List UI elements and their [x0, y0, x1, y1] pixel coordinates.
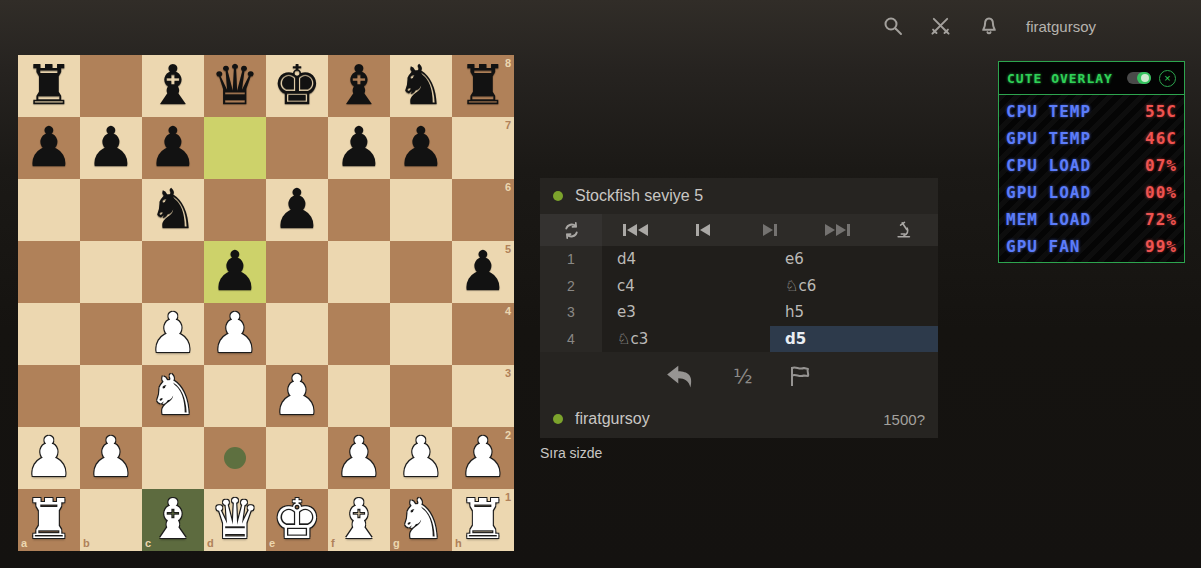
- square-c4[interactable]: ♟: [142, 303, 204, 365]
- square-f1[interactable]: ♝f: [328, 489, 390, 551]
- previous-move-button[interactable]: [669, 214, 736, 246]
- overlay-stat-row: MEM LOAD72%: [999, 206, 1184, 233]
- piece-white-pawn[interactable]: ♟: [390, 427, 452, 489]
- coord-file-h: h: [455, 538, 462, 549]
- square-h2[interactable]: ♟2: [452, 427, 514, 489]
- move-3-black[interactable]: h5: [770, 299, 938, 326]
- piece-black-pawn[interactable]: ♟: [18, 117, 80, 179]
- coord-rank-5: 5: [505, 244, 511, 255]
- square-a3[interactable]: [18, 365, 80, 427]
- overlay-titlebar: CUTE OVERLAY ×: [999, 62, 1184, 95]
- move-row-4: 4♘c3d5: [540, 326, 938, 353]
- square-g2[interactable]: ♟: [390, 427, 452, 489]
- square-c5[interactable]: [142, 241, 204, 303]
- move-4-white[interactable]: ♘c3: [602, 326, 770, 353]
- player-rating: 1500?: [883, 411, 925, 428]
- square-e5[interactable]: [266, 241, 328, 303]
- move-row-3: 3e3h5: [540, 299, 938, 326]
- piece-white-king[interactable]: ♚: [266, 489, 328, 551]
- analysis-microscope-button[interactable]: [871, 214, 938, 246]
- piece-white-rook[interactable]: ♜: [18, 489, 80, 551]
- piece-black-pawn[interactable]: ♟: [390, 117, 452, 179]
- square-e8[interactable]: ♚: [266, 55, 328, 117]
- piece-black-pawn[interactable]: ♟: [328, 117, 390, 179]
- coord-file-e: e: [269, 538, 275, 549]
- overlay-stat-label: GPU FAN: [1006, 237, 1080, 256]
- square-c6[interactable]: ♞: [142, 179, 204, 241]
- overlay-stat-row: CPU LOAD07%: [999, 152, 1184, 179]
- piece-black-queen[interactable]: ♛: [204, 55, 266, 117]
- overlay-stat-value: 46C: [1145, 129, 1177, 148]
- overlay-stat-value: 07%: [1145, 156, 1177, 175]
- piece-white-pawn[interactable]: ♟: [328, 427, 390, 489]
- game-panel: Stockfish seviye 5 1d4e62c4♘c63e3h54♘c3d…: [540, 178, 938, 438]
- square-d5[interactable]: ♟: [204, 241, 266, 303]
- turn-status-text: Sıra sizde: [540, 445, 602, 461]
- chess-board[interactable]: ♜♝♛♚♝♞♜8♟♟♟♟♟7♞♟6♟♟5♟♟4♞♟3♟♟♟♟♟2♜ab♝c♛d♚…: [18, 55, 514, 551]
- overlay-stat-label: GPU LOAD: [1006, 183, 1091, 202]
- square-d8[interactable]: ♛: [204, 55, 266, 117]
- overlay-stat-row: GPU LOAD00%: [999, 179, 1184, 206]
- coord-rank-4: 4: [505, 306, 511, 317]
- overlay-stat-row: GPU TEMP46C: [999, 125, 1184, 152]
- piece-black-pawn[interactable]: ♟: [204, 241, 266, 303]
- square-g3[interactable]: [390, 365, 452, 427]
- move-4-black[interactable]: d5: [770, 326, 938, 353]
- coord-file-f: f: [331, 538, 335, 549]
- square-a8[interactable]: ♜: [18, 55, 80, 117]
- move-1-black[interactable]: e6: [770, 246, 938, 273]
- square-b7[interactable]: ♟: [80, 117, 142, 179]
- square-f4[interactable]: [328, 303, 390, 365]
- move-3-white[interactable]: e3: [602, 299, 770, 326]
- coord-file-d: d: [207, 538, 214, 549]
- square-h6[interactable]: 6: [452, 179, 514, 241]
- coord-rank-8: 8: [505, 58, 511, 69]
- opponent-online-dot: [553, 191, 563, 201]
- overlay-toggle-switch[interactable]: [1127, 72, 1151, 84]
- coord-file-a: a: [21, 538, 27, 549]
- piece-black-bishop[interactable]: ♝: [328, 55, 390, 117]
- square-e6[interactable]: ♟: [266, 179, 328, 241]
- square-h7[interactable]: 7: [452, 117, 514, 179]
- square-e2[interactable]: [266, 427, 328, 489]
- piece-white-pawn[interactable]: ♟: [204, 303, 266, 365]
- square-b4[interactable]: [80, 303, 142, 365]
- go-first-move-button[interactable]: [602, 214, 669, 246]
- piece-white-pawn[interactable]: ♟: [80, 427, 142, 489]
- coord-rank-6: 6: [505, 182, 511, 193]
- square-a5[interactable]: [18, 241, 80, 303]
- square-g4[interactable]: [390, 303, 452, 365]
- piece-black-bishop[interactable]: ♝: [142, 55, 204, 117]
- square-f7[interactable]: ♟: [328, 117, 390, 179]
- piece-white-knight[interactable]: ♞: [142, 365, 204, 427]
- square-c1[interactable]: ♝c: [142, 489, 204, 551]
- overlay-stat-label: CPU TEMP: [1006, 102, 1091, 121]
- opponent-name: Stockfish seviye 5: [575, 187, 703, 205]
- square-e3[interactable]: ♟: [266, 365, 328, 427]
- system-monitor-overlay: CUTE OVERLAY × CPU TEMP55CGPU TEMP46CCPU…: [998, 61, 1185, 263]
- square-h8[interactable]: ♜8: [452, 55, 514, 117]
- overlay-stat-value: 72%: [1145, 210, 1177, 229]
- offer-draw-button[interactable]: ½: [733, 364, 752, 388]
- square-h4[interactable]: 4: [452, 303, 514, 365]
- square-d7[interactable]: [204, 117, 266, 179]
- next-move-button[interactable]: [736, 214, 803, 246]
- move-2-white[interactable]: c4: [602, 273, 770, 300]
- top-header: firatgursoy: [0, 0, 1201, 52]
- player-online-dot: [553, 414, 563, 424]
- square-d3[interactable]: [204, 365, 266, 427]
- square-a1[interactable]: ♜a: [18, 489, 80, 551]
- square-b3[interactable]: [80, 365, 142, 427]
- square-f6[interactable]: [328, 179, 390, 241]
- square-b5[interactable]: [80, 241, 142, 303]
- piece-black-king[interactable]: ♚: [266, 55, 328, 117]
- square-c7[interactable]: ♟: [142, 117, 204, 179]
- square-b2[interactable]: ♟: [80, 427, 142, 489]
- game-actions: ½: [540, 352, 938, 400]
- flip-board-button[interactable]: [540, 214, 602, 246]
- square-g8[interactable]: ♞: [390, 55, 452, 117]
- player-name[interactable]: firatgursoy: [575, 410, 650, 428]
- overlay-stat-label: CPU LOAD: [1006, 156, 1091, 175]
- move-row-1: 1d4e6: [540, 246, 938, 273]
- piece-black-pawn[interactable]: ♟: [266, 179, 328, 241]
- square-g6[interactable]: [390, 179, 452, 241]
- move-2-black[interactable]: ♘c6: [770, 273, 938, 300]
- square-c3[interactable]: ♞: [142, 365, 204, 427]
- square-e7[interactable]: [266, 117, 328, 179]
- move-1-white[interactable]: d4: [602, 246, 770, 273]
- square-g5[interactable]: [390, 241, 452, 303]
- piece-black-pawn[interactable]: ♟: [80, 117, 142, 179]
- square-e4[interactable]: [266, 303, 328, 365]
- square-d2[interactable]: [204, 427, 266, 489]
- piece-white-pawn[interactable]: ♟: [266, 365, 328, 427]
- square-d4[interactable]: ♟: [204, 303, 266, 365]
- square-b8[interactable]: [80, 55, 142, 117]
- overlay-stat-label: MEM LOAD: [1006, 210, 1091, 229]
- move-number: 2: [540, 273, 602, 300]
- square-c8[interactable]: ♝: [142, 55, 204, 117]
- square-e1[interactable]: ♚e: [266, 489, 328, 551]
- piece-black-rook[interactable]: ♜: [18, 55, 80, 117]
- square-f2[interactable]: ♟: [328, 427, 390, 489]
- overlay-stat-row: GPU FAN99%: [999, 233, 1184, 260]
- player-row: firatgursoy 1500?: [540, 400, 938, 438]
- move-row-2: 2c4♘c6: [540, 273, 938, 300]
- search-icon[interactable]: [882, 15, 904, 37]
- square-b1[interactable]: b: [80, 489, 142, 551]
- move-list: 1d4e62c4♘c63e3h54♘c3d5: [540, 246, 938, 352]
- challenge-swords-icon[interactable]: [930, 15, 952, 37]
- go-last-move-button[interactable]: [804, 214, 871, 246]
- piece-white-bishop[interactable]: ♝: [328, 489, 390, 551]
- overlay-stat-label: GPU TEMP: [1006, 129, 1091, 148]
- square-d1[interactable]: ♛d: [204, 489, 266, 551]
- square-f5[interactable]: [328, 241, 390, 303]
- piece-white-pawn[interactable]: ♟: [142, 303, 204, 365]
- overlay-stat-value: 99%: [1145, 237, 1177, 256]
- square-d6[interactable]: [204, 179, 266, 241]
- piece-white-bishop[interactable]: ♝: [142, 489, 204, 551]
- square-a6[interactable]: [18, 179, 80, 241]
- move-number: 3: [540, 299, 602, 326]
- square-b6[interactable]: [80, 179, 142, 241]
- square-a4[interactable]: [18, 303, 80, 365]
- coord-rank-7: 7: [505, 120, 511, 131]
- square-a7[interactable]: ♟: [18, 117, 80, 179]
- coord-file-b: b: [83, 538, 90, 549]
- move-dest-dot-d2[interactable]: [224, 447, 246, 469]
- square-h1[interactable]: ♜h1: [452, 489, 514, 551]
- overlay-stats: CPU TEMP55CGPU TEMP46CCPU LOAD07%GPU LOA…: [999, 95, 1184, 262]
- piece-white-pawn[interactable]: ♟: [18, 427, 80, 489]
- square-h3[interactable]: 3: [452, 365, 514, 427]
- opponent-row: Stockfish seviye 5: [540, 178, 938, 214]
- takeback-button[interactable]: [665, 363, 699, 389]
- piece-black-pawn[interactable]: ♟: [142, 117, 204, 179]
- square-f3[interactable]: [328, 365, 390, 427]
- coord-file-g: g: [393, 538, 400, 549]
- piece-black-knight[interactable]: ♞: [142, 179, 204, 241]
- notification-bell-icon[interactable]: [978, 15, 1000, 37]
- overlay-stat-value: 55C: [1145, 102, 1177, 121]
- piece-black-knight[interactable]: ♞: [390, 55, 452, 117]
- square-g1[interactable]: ♞g: [390, 489, 452, 551]
- header-username[interactable]: firatgursoy: [1026, 18, 1096, 35]
- square-h5[interactable]: ♟5: [452, 241, 514, 303]
- square-f8[interactable]: ♝: [328, 55, 390, 117]
- move-number: 4: [540, 326, 602, 353]
- square-g7[interactable]: ♟: [390, 117, 452, 179]
- overlay-close-icon[interactable]: ×: [1159, 70, 1176, 87]
- coord-file-c: c: [145, 538, 151, 549]
- coord-rank-3: 3: [505, 368, 511, 379]
- overlay-stat-row: CPU TEMP55C: [999, 98, 1184, 125]
- resign-flag-button[interactable]: [787, 364, 813, 388]
- move-toolbar: [540, 214, 938, 246]
- square-c2[interactable]: [142, 427, 204, 489]
- coord-rank-2: 2: [505, 430, 511, 441]
- move-number: 1: [540, 246, 602, 273]
- overlay-stat-value: 00%: [1145, 183, 1177, 202]
- coord-rank-1: 1: [505, 492, 511, 503]
- overlay-title: CUTE OVERLAY: [1007, 71, 1113, 86]
- square-a2[interactable]: ♟: [18, 427, 80, 489]
